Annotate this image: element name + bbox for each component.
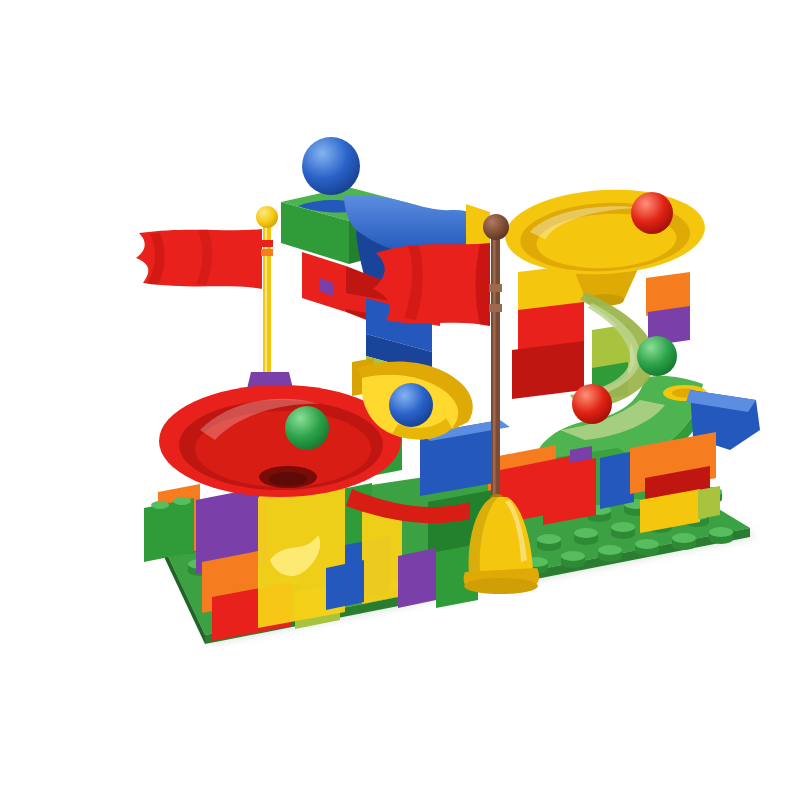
- baseplate-stud: [672, 533, 696, 550]
- brick-blue-mid: [326, 560, 364, 610]
- left-pole-ring-red: [261, 240, 273, 247]
- marble-blue-yellow-slide: [389, 383, 433, 427]
- yellow-translucent-strip: [362, 505, 402, 604]
- marble-green-red-funnel: [285, 406, 329, 450]
- center-pole-ring-2: [489, 304, 502, 312]
- center-pole-knob: [483, 214, 509, 240]
- center-flag-banner: [373, 243, 490, 326]
- baseplate-stud: [635, 539, 659, 556]
- product-photo: [0, 0, 800, 800]
- center-pole-highlight: [493, 234, 496, 504]
- marble-blue-top: [302, 137, 360, 195]
- baseplate-stud: [598, 545, 622, 562]
- brick-green-2stud: [144, 498, 194, 562]
- center-pole-ring-1: [489, 284, 502, 292]
- brick-blue-right-2: [600, 451, 634, 509]
- brick-stud: [151, 501, 169, 509]
- bell-base: [464, 578, 538, 594]
- baseplate-stud: [709, 527, 733, 544]
- baseplate-stud: [611, 522, 635, 539]
- left-pole-ring-orange: [261, 249, 273, 256]
- brick-stud: [173, 497, 191, 505]
- pillar-red-brick-2: [512, 341, 584, 399]
- baseplate-stud: [561, 551, 585, 568]
- marble-green-green-slide: [637, 336, 677, 376]
- red-funnel-hole-inner: [269, 472, 307, 486]
- left-flag-pole-highlight: [265, 226, 267, 378]
- baseplate-stud: [574, 528, 598, 545]
- marble-red-yellow-funnel: [631, 192, 673, 234]
- brick-red-right: [543, 458, 596, 525]
- baseplate-stud: [537, 534, 561, 551]
- marble-run-toy-illustration: [0, 0, 800, 800]
- marble-red-green-track: [572, 384, 612, 424]
- brick-purple-mid: [398, 548, 436, 608]
- brick-lime-right: [698, 486, 720, 519]
- left-pole-knob: [256, 206, 278, 228]
